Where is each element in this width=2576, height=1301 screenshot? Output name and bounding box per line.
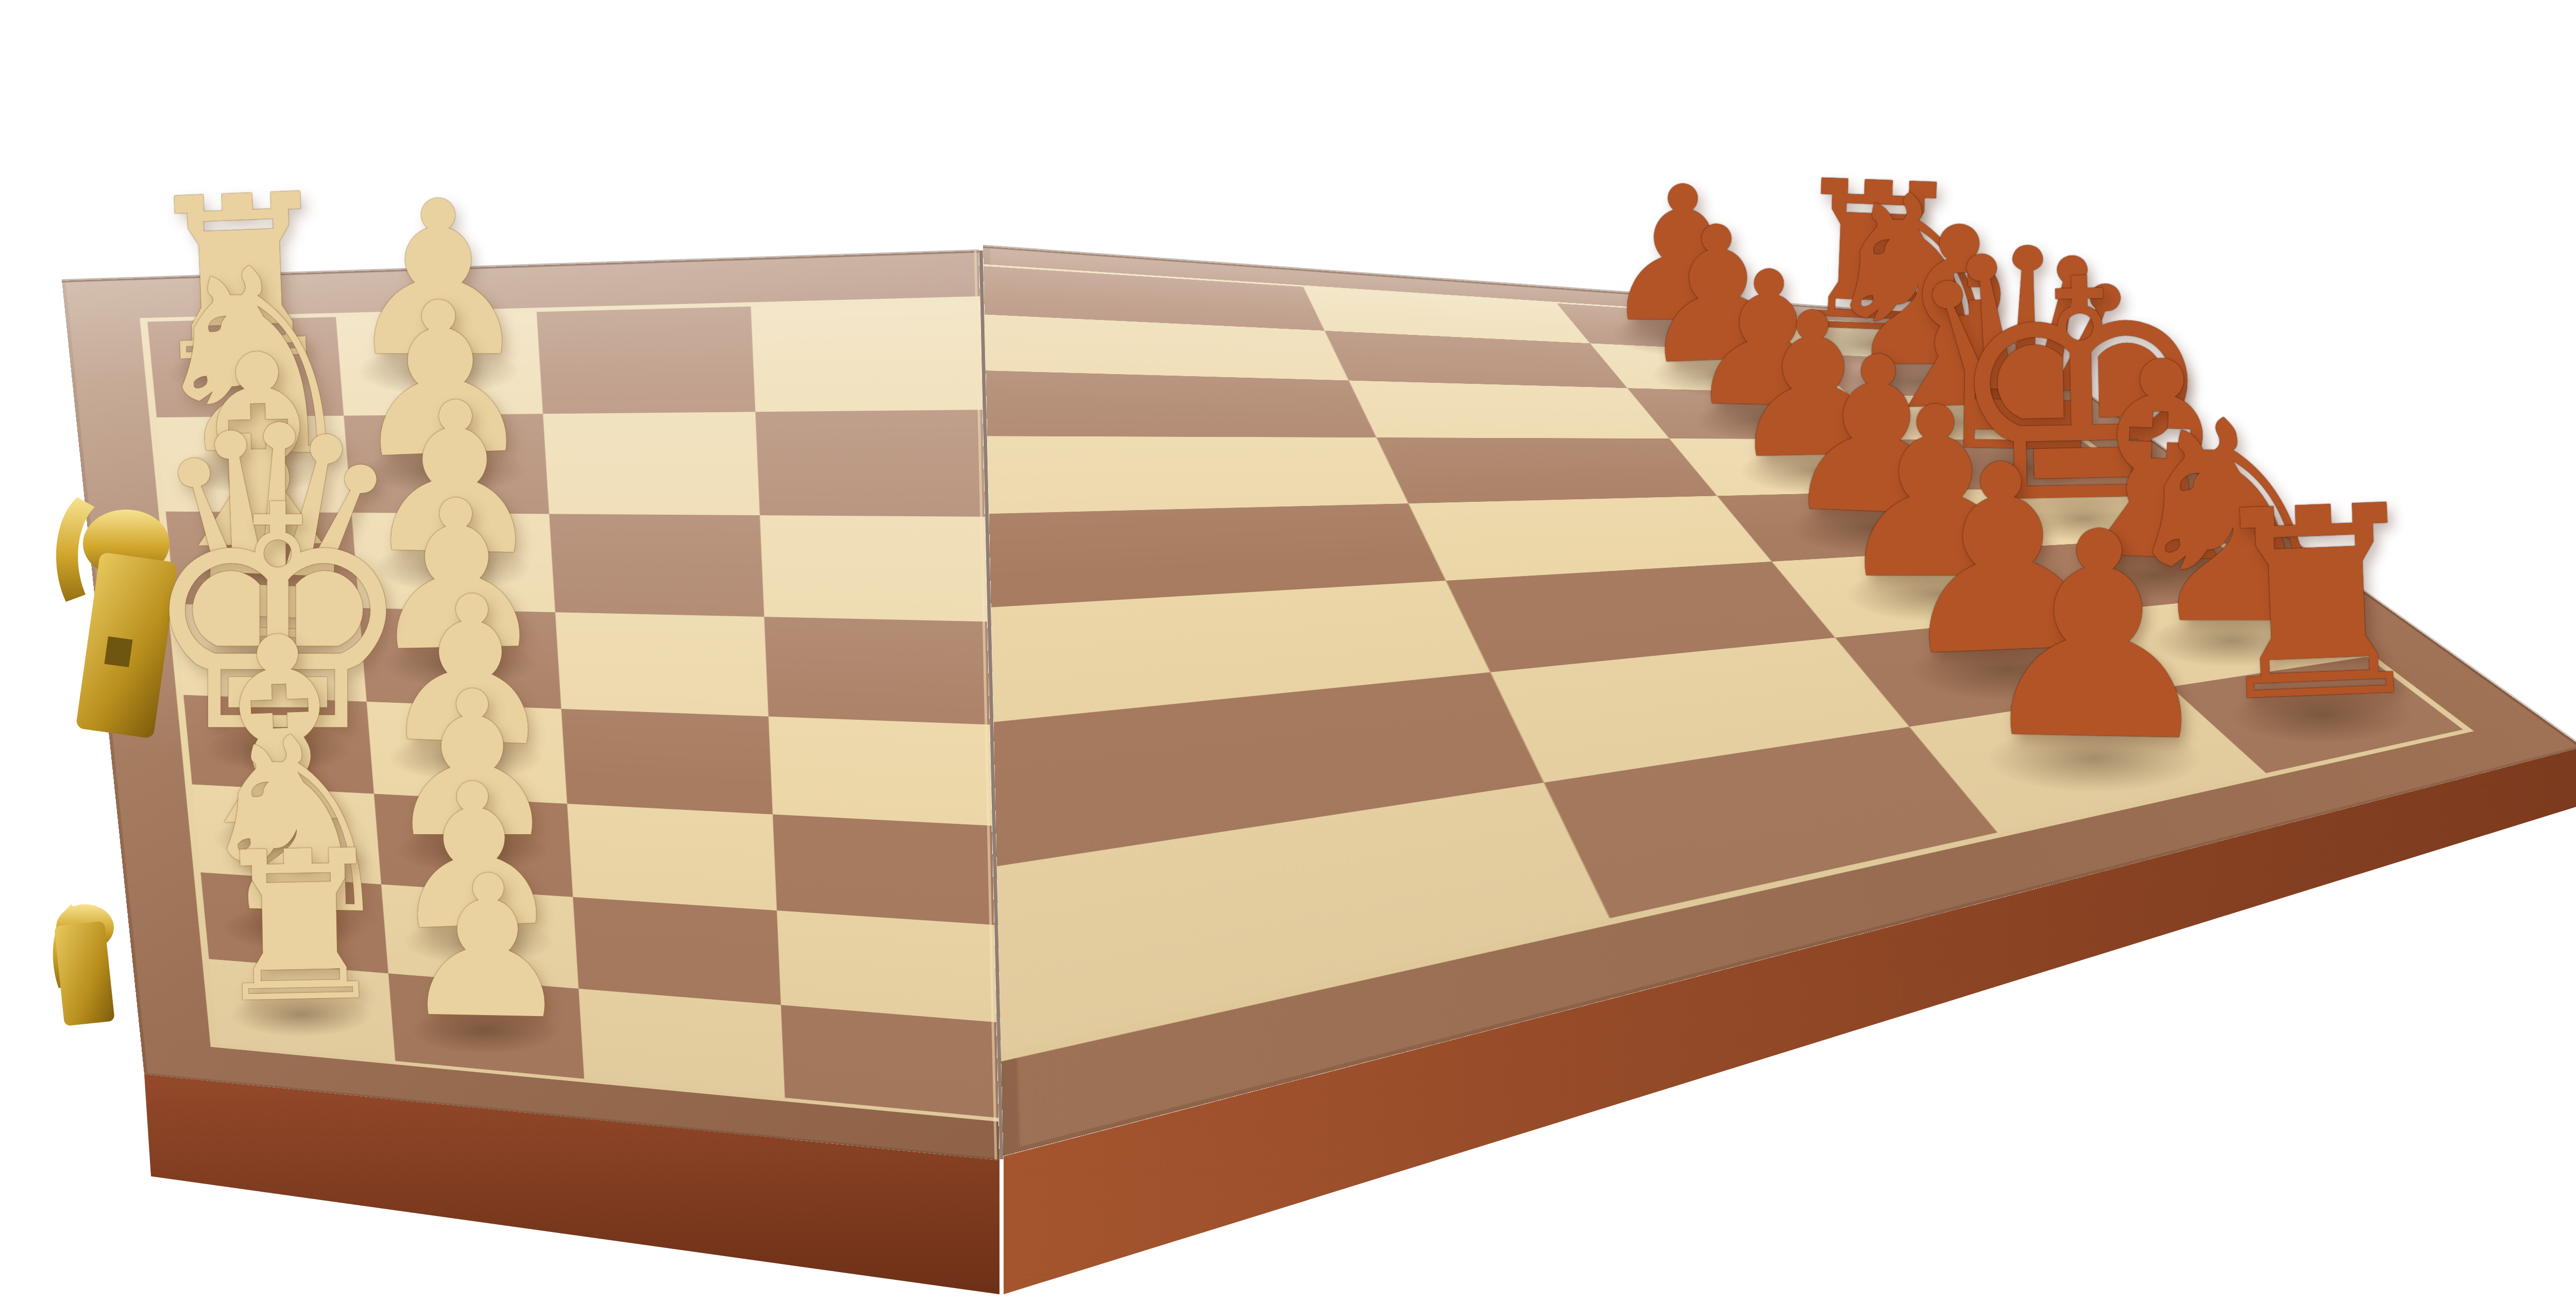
square-c3[interactable] xyxy=(549,514,764,617)
square-h3[interactable] xyxy=(579,989,785,1098)
clasp-wire-hook xyxy=(53,904,83,988)
square-d5[interactable] xyxy=(987,436,1408,514)
square-d6[interactable] xyxy=(1377,437,1717,503)
square-d4[interactable] xyxy=(764,617,990,724)
chess-set-photo-scene: ♜♞♝♛♚♝♞♜♟♟♟♟♟♟♟♟♟♟♟♟♟♟♟♟♜♞♝♛♚♝♞♜ xyxy=(0,0,2576,1301)
piece-black-rook-h8[interactable]: ♜ xyxy=(2195,470,2438,740)
square-a3[interactable] xyxy=(537,307,756,414)
square-d3[interactable] xyxy=(555,612,769,716)
piece-white-pawn-h2[interactable]: ♟ xyxy=(398,848,577,1046)
square-c5[interactable] xyxy=(986,370,1376,437)
square-g4[interactable] xyxy=(777,910,996,1022)
square-f3[interactable] xyxy=(567,804,777,910)
brass-clasp-bottom xyxy=(53,904,115,1026)
square-e4[interactable] xyxy=(769,717,992,826)
square-f4[interactable] xyxy=(773,815,994,925)
piece-white-rook-h1[interactable]: ♜ xyxy=(205,822,394,1032)
clasp-plate xyxy=(54,921,115,1026)
piece-black-pawn-h7[interactable]: ♟ xyxy=(1968,493,2228,782)
square-c6[interactable] xyxy=(1349,380,1669,438)
square-a4[interactable] xyxy=(751,301,982,412)
square-h4[interactable] xyxy=(781,1005,998,1118)
square-g3[interactable] xyxy=(573,897,781,1005)
square-c4[interactable] xyxy=(760,515,987,621)
clasp-roller xyxy=(56,904,114,951)
square-b3[interactable] xyxy=(543,412,760,515)
square-b4[interactable] xyxy=(755,410,985,517)
square-e3[interactable] xyxy=(561,709,772,815)
